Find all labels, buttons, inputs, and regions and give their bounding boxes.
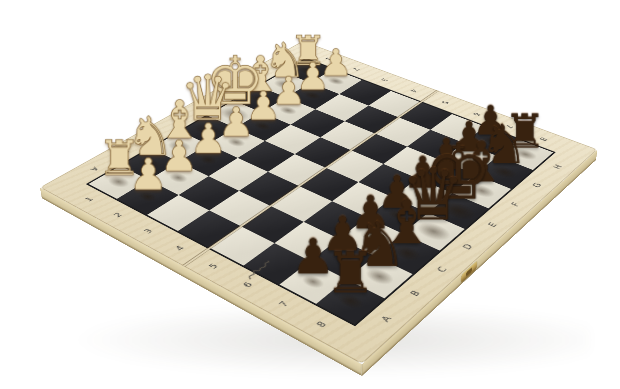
piece-light-pawn: ♟: [101, 153, 195, 197]
chess-board: 1122334455667788AABBCCDDEEFFGGHH ♜♞♝♛♚♝♞…: [40, 41, 598, 364]
scene: 1122334455667788AABBCCDDEEFFGGHH ♜♞♝♛♚♝♞…: [0, 0, 620, 389]
board-surface: 1122334455667788AABBCCDDEEFFGGHH ♜♞♝♛♚♝♞…: [40, 41, 598, 364]
piece-dark-rook: ♜: [297, 244, 404, 301]
